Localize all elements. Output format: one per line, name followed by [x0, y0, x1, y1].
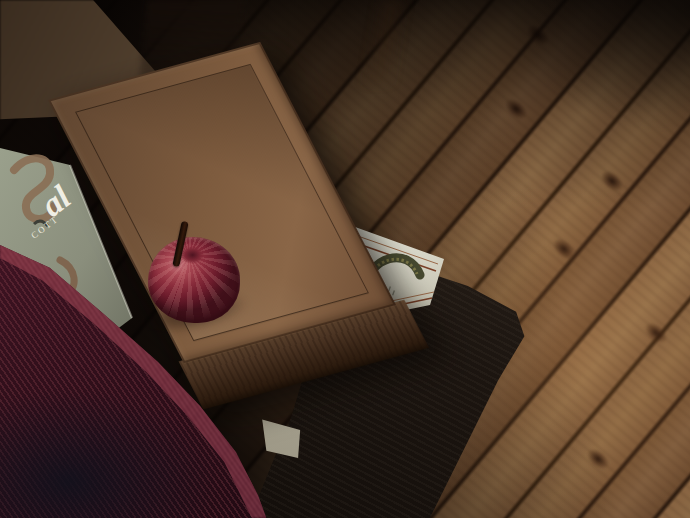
apple [148, 237, 240, 323]
scene: al COTT [0, 0, 690, 518]
background-strut-shadow [300, 0, 470, 85]
